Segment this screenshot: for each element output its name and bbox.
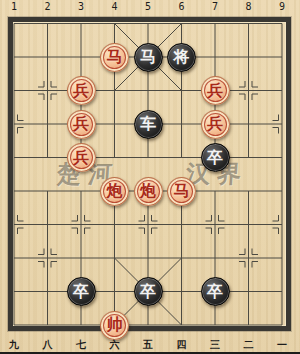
- piece-red-马[interactable]: 马: [167, 177, 196, 206]
- piece-glyph: 帅: [107, 317, 123, 333]
- piece-glyph: 兵: [207, 83, 223, 99]
- rank-label-七: 七: [76, 338, 86, 352]
- rank-label-二: 二: [244, 338, 254, 352]
- piece-black-卒[interactable]: 卒: [67, 277, 96, 306]
- rank-label-五: 五: [143, 338, 153, 352]
- piece-black-卒[interactable]: 卒: [134, 277, 163, 306]
- piece-glyph: 炮: [140, 183, 156, 199]
- piece-black-将[interactable]: 将: [167, 43, 196, 72]
- piece-glyph: 马: [140, 49, 156, 65]
- piece-glyph: 卒: [140, 284, 156, 300]
- piece-black-车[interactable]: 车: [134, 110, 163, 139]
- piece-red-马[interactable]: 马: [100, 43, 129, 72]
- rank-label-三: 三: [210, 338, 220, 352]
- piece-glyph: 炮: [107, 183, 123, 199]
- piece-red-兵[interactable]: 兵: [201, 76, 230, 105]
- piece-glyph: 卒: [207, 150, 223, 166]
- piece-black-卒[interactable]: 卒: [201, 277, 230, 306]
- piece-red-兵[interactable]: 兵: [67, 76, 96, 105]
- piece-glyph: 兵: [73, 83, 89, 99]
- piece-glyph: 兵: [207, 116, 223, 132]
- piece-red-兵[interactable]: 兵: [67, 143, 96, 172]
- rank-label-九: 九: [9, 338, 19, 352]
- piece-layer: 马马将兵兵兵车兵兵卒炮炮马卒卒卒帅: [0, 7, 299, 342]
- piece-glyph: 兵: [73, 116, 89, 132]
- piece-red-兵[interactable]: 兵: [201, 110, 230, 139]
- piece-glyph: 卒: [73, 284, 89, 300]
- piece-red-炮[interactable]: 炮: [100, 177, 129, 206]
- rank-label-一: 一: [277, 338, 287, 352]
- rank-label-六: 六: [110, 338, 120, 352]
- piece-glyph: 将: [174, 49, 190, 65]
- rank-label-八: 八: [43, 338, 53, 352]
- piece-glyph: 兵: [73, 150, 89, 166]
- xiangqi-board: 123456789 楚河 汉界 马马将兵兵兵车兵兵卒炮炮马卒卒卒帅 九八七六五四…: [0, 0, 300, 354]
- piece-glyph: 马: [107, 49, 123, 65]
- piece-red-炮[interactable]: 炮: [134, 177, 163, 206]
- piece-glyph: 车: [140, 116, 156, 132]
- piece-red-兵[interactable]: 兵: [67, 110, 96, 139]
- piece-glyph: 卒: [207, 284, 223, 300]
- piece-red-帅[interactable]: 帅: [100, 311, 129, 340]
- piece-glyph: 马: [174, 183, 190, 199]
- piece-black-马[interactable]: 马: [134, 43, 163, 72]
- piece-black-卒[interactable]: 卒: [201, 143, 230, 172]
- rank-label-四: 四: [177, 338, 187, 352]
